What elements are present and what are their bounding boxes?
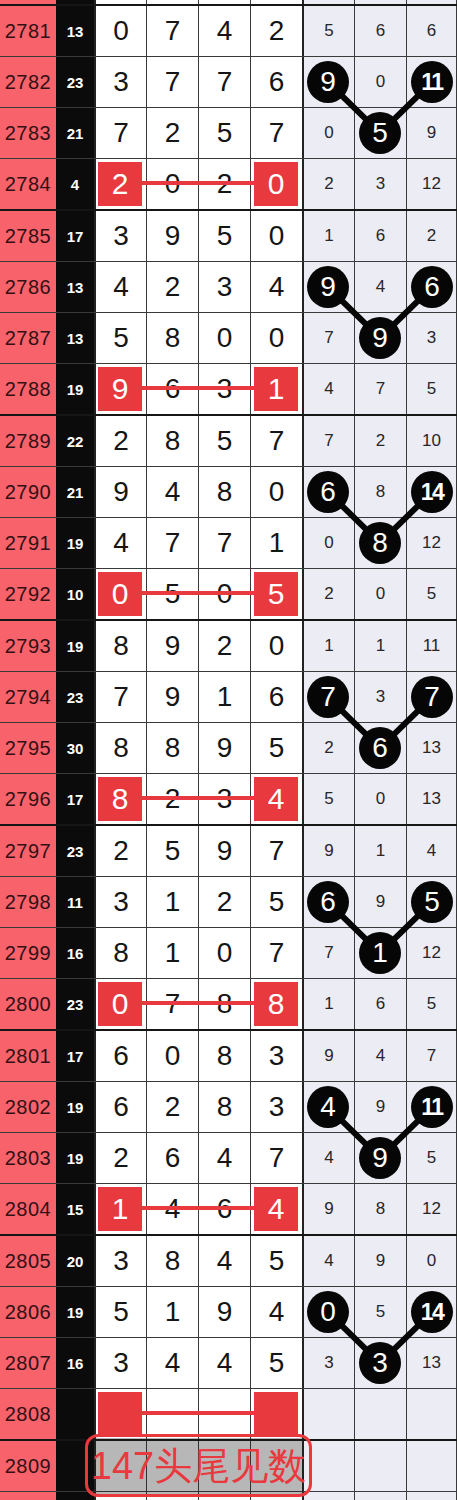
row-2797: 2797232597914	[0, 824, 457, 876]
issue-cell: 2802	[0, 1082, 56, 1132]
digit-cell: 6	[94, 1031, 146, 1081]
digit-cell: 4	[250, 262, 302, 312]
row-2789: 27892228577210	[0, 414, 457, 466]
row-2795: 27953088952613	[0, 722, 457, 773]
highlight-square: 4	[254, 777, 298, 821]
circle-badge: 9	[307, 61, 349, 103]
circle-badge: 7	[411, 676, 453, 718]
sum-cell	[56, 1389, 94, 1439]
digit-cell: 7	[146, 57, 198, 107]
stat-cell: 4	[302, 1133, 354, 1183]
row-2791: 27911947710812	[0, 517, 457, 568]
digit-cell: 7	[250, 108, 302, 158]
highlight-square: 9	[98, 367, 142, 411]
digit-cell: 7	[198, 57, 250, 107]
stat-cell: 1	[354, 621, 406, 671]
digit-cell: 8	[198, 1082, 250, 1132]
highlight-square	[254, 1392, 298, 1436]
digit-cell: 7	[250, 416, 302, 466]
sum-cell: 23	[56, 57, 94, 107]
row-2792: 2792100505205	[0, 568, 457, 619]
issue-cell: 2794	[0, 672, 56, 722]
sum-cell: 16	[56, 1338, 94, 1388]
row-2782: 27822337769011	[0, 56, 457, 107]
stat-cell: 5	[406, 364, 457, 414]
stat-cell: 5	[302, 774, 354, 824]
issue-cell: 2791	[0, 518, 56, 568]
digit-cell: 7	[198, 518, 250, 568]
sum-cell: 13	[56, 313, 94, 363]
stat-cell: 6	[406, 6, 457, 56]
sum-cell: 23	[56, 826, 94, 876]
stat-cell: 4	[302, 364, 354, 414]
issue-cell: 2781	[0, 6, 56, 56]
digit-cell: 5	[250, 1236, 302, 1286]
stat-cell: 12	[406, 159, 457, 209]
digit-cell: 9	[94, 467, 146, 517]
digit-cell: 8	[146, 723, 198, 773]
circle-badge: 11	[411, 61, 453, 103]
digit-cell: 4	[198, 6, 250, 56]
digit-cell: 3	[250, 1082, 302, 1132]
sum-cell: 4	[56, 159, 94, 209]
digit-cell: 6	[250, 672, 302, 722]
stat-cell	[354, 1389, 406, 1439]
circle-badge: 5	[359, 112, 401, 154]
stat-cell: 0	[302, 518, 354, 568]
row-2793: 27931989201111	[0, 619, 457, 671]
digit-cell: 8	[94, 621, 146, 671]
highlight-square: 0	[98, 982, 142, 1026]
row-2786: 2786134234946	[0, 261, 457, 312]
stat-cell: 6	[354, 6, 406, 56]
issue-cell: 2801	[0, 1031, 56, 1081]
digit-cell: 0	[250, 621, 302, 671]
digit-cell: 5	[250, 1338, 302, 1388]
stat-cell: 2	[302, 159, 354, 209]
stat-cell: 6	[354, 979, 406, 1029]
stat-cell: 7	[302, 313, 354, 363]
stat-cell: 3	[406, 313, 457, 363]
digit-cell: 0	[198, 928, 250, 978]
lottery-trend-board: 2781130742566278223377690112783217257059…	[0, 0, 457, 1500]
row-2808: 2808	[0, 1388, 457, 1439]
row-2788: 2788199631475	[0, 363, 457, 414]
row-2798: 2798113125695	[0, 876, 457, 927]
row-2806: 28061951940514	[0, 1286, 457, 1337]
stat-cell: 9	[354, 877, 406, 927]
digit-cell: 5	[94, 313, 146, 363]
sum-cell: 15	[56, 1184, 94, 1234]
issue-cell: 2792	[0, 569, 56, 619]
stat-cell: 10	[406, 416, 457, 466]
stat-cell: 2	[406, 211, 457, 261]
issue-cell: 2795	[0, 723, 56, 773]
issue-cell: 2804	[0, 1184, 56, 1234]
sum-cell: 17	[56, 774, 94, 824]
digit-cell: 4	[250, 1287, 302, 1337]
sum-cell: 11	[56, 877, 94, 927]
stat-cell: 11	[406, 621, 457, 671]
row-2794: 2794237916737	[0, 671, 457, 722]
stat-cell: 7	[302, 416, 354, 466]
stat-cell: 12	[406, 1184, 457, 1234]
sum-cell: 19	[56, 1082, 94, 1132]
digit-cell: 9	[198, 1287, 250, 1337]
sum-cell: 19	[56, 621, 94, 671]
digit-cell: 5	[146, 826, 198, 876]
digit-cell: 5	[198, 416, 250, 466]
highlight-square: 1	[254, 367, 298, 411]
digit-cell: 6	[94, 1082, 146, 1132]
stat-cell: 1	[302, 621, 354, 671]
digit-cell: 2	[198, 877, 250, 927]
digit-cell: 1	[250, 518, 302, 568]
row-2799: 27991681077112	[0, 927, 457, 978]
sum-cell: 20	[56, 1236, 94, 1286]
row-2809: 2809147头尾见数	[0, 1439, 457, 1491]
circle-badge: 8	[359, 522, 401, 564]
stat-cell: 0	[354, 569, 406, 619]
highlight-square: 0	[254, 162, 298, 206]
stat-cell: 12	[406, 928, 457, 978]
digit-cell: 3	[94, 1236, 146, 1286]
digit-cell: 7	[146, 518, 198, 568]
circle-badge: 3	[359, 1342, 401, 1384]
highlight-square: 8	[98, 777, 142, 821]
digit-cell: 4	[198, 1338, 250, 1388]
stat-cell: 4	[406, 826, 457, 876]
digit-cell: 1	[146, 1287, 198, 1337]
digit-cell: 9	[198, 723, 250, 773]
stat-cell: 5	[302, 6, 354, 56]
stat-cell: 7	[406, 1031, 457, 1081]
digit-cell: 1	[146, 928, 198, 978]
circle-badge: 14	[411, 1291, 453, 1333]
issue-cell: 2783	[0, 108, 56, 158]
sum-cell: 17	[56, 211, 94, 261]
row-2785: 2785173950162	[0, 209, 457, 261]
stat-cell: 3	[302, 1338, 354, 1388]
digit-cell: 5	[198, 108, 250, 158]
sum-cell: 19	[56, 364, 94, 414]
circle-badge: 14	[411, 471, 453, 513]
circle-badge: 6	[307, 881, 349, 923]
row-2781: 2781130742566	[0, 4, 457, 56]
row-2787: 2787135800793	[0, 312, 457, 363]
circle-badge: 6	[411, 266, 453, 308]
digit-cell: 3	[94, 877, 146, 927]
stat-cell: 9	[302, 1031, 354, 1081]
stat-cell: 2	[302, 723, 354, 773]
circle-badge: 9	[307, 266, 349, 308]
stat-cell: 2	[354, 416, 406, 466]
sum-cell: 16	[56, 928, 94, 978]
issue-cell: 2805	[0, 1236, 56, 1286]
stat-cell: 9	[354, 1236, 406, 1286]
issue-cell: 2806	[0, 1287, 56, 1337]
stat-cell: 4	[354, 1031, 406, 1081]
issue-cell: 2807	[0, 1338, 56, 1388]
stat-cell: 13	[406, 1338, 457, 1388]
digit-cell: 8	[146, 313, 198, 363]
sum-cell: 10	[56, 569, 94, 619]
digit-cell: 7	[250, 826, 302, 876]
digit-cell: 9	[146, 621, 198, 671]
issue-cell: 2799	[0, 928, 56, 978]
digit-cell: 4	[94, 518, 146, 568]
stat-cell: 0	[302, 108, 354, 158]
stat-cell	[302, 1389, 354, 1439]
digit-cell: 8	[198, 1031, 250, 1081]
issue-cell: 2808	[0, 1389, 56, 1439]
digit-cell: 4	[146, 467, 198, 517]
stat-cell: 5	[406, 979, 457, 1029]
stat-cell: 5	[406, 1133, 457, 1183]
highlight-square	[98, 1392, 142, 1436]
circle-badge: 7	[307, 676, 349, 718]
sum-cell: 22	[56, 416, 94, 466]
digit-cell: 7	[250, 928, 302, 978]
digit-cell: 0	[198, 313, 250, 363]
digit-cell: 9	[198, 826, 250, 876]
row-2804: 28041514649812	[0, 1183, 457, 1234]
stat-cell: 0	[354, 774, 406, 824]
issue-cell: 2787	[0, 313, 56, 363]
issue-cell: 2789	[0, 416, 56, 466]
stat-cell: 7	[354, 364, 406, 414]
digit-cell: 7	[146, 6, 198, 56]
row-2805: 2805203845490	[0, 1234, 457, 1286]
row-2790: 27902194806814	[0, 466, 457, 517]
digit-cell: 4	[94, 262, 146, 312]
digit-cell: 2	[94, 416, 146, 466]
issue-cell: 2785	[0, 211, 56, 261]
issue-cell: 2788	[0, 364, 56, 414]
sum-cell: 23	[56, 672, 94, 722]
digit-cell: 6	[146, 1133, 198, 1183]
digit-cell: 7	[94, 672, 146, 722]
issue-cell: 2809	[0, 1441, 56, 1491]
digit-cell: 7	[94, 108, 146, 158]
stat-cell: 9	[302, 1184, 354, 1234]
digit-cell: 0	[250, 467, 302, 517]
issue-cell: 2803	[0, 1133, 56, 1183]
stat-cell	[406, 1389, 457, 1439]
digit-cell: 1	[146, 877, 198, 927]
digit-cell: 4	[198, 1133, 250, 1183]
stat-cell	[302, 1492, 354, 1500]
issue-cell: 2793	[0, 621, 56, 671]
stat-cell: 5	[406, 569, 457, 619]
stat-cell: 2	[302, 569, 354, 619]
highlight-square: 4	[254, 1187, 298, 1231]
digit-cell: 1	[198, 672, 250, 722]
stat-cell: 9	[406, 108, 457, 158]
circle-badge: 4	[307, 1086, 349, 1128]
stat-cell	[406, 1492, 457, 1500]
note-box: 147头尾见数	[85, 1434, 312, 1497]
digit-cell: 2	[94, 1133, 146, 1183]
row-2807: 28071634453313	[0, 1337, 457, 1388]
row-2803: 2803192647495	[0, 1132, 457, 1183]
digit-cell: 2	[94, 826, 146, 876]
note-text: 147头尾见数	[91, 1447, 306, 1485]
sum-cell: 13	[56, 262, 94, 312]
stat-cell: 3	[354, 159, 406, 209]
digit-cell: 9	[146, 672, 198, 722]
stat-cell: 1	[354, 826, 406, 876]
sum-cell: 21	[56, 467, 94, 517]
highlight-square: 2	[98, 162, 142, 206]
circle-badge: 5	[411, 881, 453, 923]
stat-cell: 1	[302, 211, 354, 261]
stat-cell: 4	[354, 262, 406, 312]
stat-cell: 3	[354, 672, 406, 722]
circle-badge: 6	[307, 471, 349, 513]
digit-cell: 0	[94, 6, 146, 56]
stat-cell: 9	[354, 1082, 406, 1132]
digit-cell: 4	[146, 1338, 198, 1388]
sum-cell: 17	[56, 1031, 94, 1081]
stat-cell: 0	[354, 57, 406, 107]
sum-cell: 30	[56, 723, 94, 773]
digit-cell: 8	[198, 467, 250, 517]
highlight-square: 5	[254, 572, 298, 616]
stat-cell: 9	[302, 826, 354, 876]
digit-cell: 5	[94, 1287, 146, 1337]
highlight-square: 8	[254, 982, 298, 1026]
stat-cell: 4	[302, 1236, 354, 1286]
sum-cell: 19	[56, 518, 94, 568]
sum-cell: 13	[56, 6, 94, 56]
circle-badge: 9	[359, 1137, 401, 1179]
stat-cell	[354, 1441, 406, 1491]
digit-cell: 0	[250, 313, 302, 363]
circle-badge: 11	[411, 1086, 453, 1128]
stat-cell: 8	[354, 467, 406, 517]
stat-cell	[406, 1441, 457, 1491]
stat-cell	[354, 1492, 406, 1500]
issue-cell: 2790	[0, 467, 56, 517]
stat-cell: 13	[406, 723, 457, 773]
issue-cell: 2798	[0, 877, 56, 927]
digit-cell: 3	[94, 57, 146, 107]
digit-cell: 5	[198, 211, 250, 261]
digit-cell: 0	[250, 211, 302, 261]
row-2784: 2784420202312	[0, 158, 457, 209]
digit-cell: 3	[250, 1031, 302, 1081]
digit-cell: 4	[198, 1236, 250, 1286]
row-2800: 2800230788165	[0, 978, 457, 1029]
circle-badge: 1	[359, 932, 401, 974]
issue-cell: 2784	[0, 159, 56, 209]
digit-cell: 3	[94, 211, 146, 261]
digit-cell: 2	[146, 108, 198, 158]
digit-cell: 2	[146, 262, 198, 312]
issue-cell: 2782	[0, 57, 56, 107]
stat-cell: 5	[354, 1287, 406, 1337]
digit-cell: 5	[250, 877, 302, 927]
sum-cell: 19	[56, 1287, 94, 1337]
circle-badge: 6	[359, 727, 401, 769]
sum-cell: 21	[56, 108, 94, 158]
issue-cell	[0, 1492, 56, 1500]
issue-cell: 2786	[0, 262, 56, 312]
stat-cell: 7	[302, 928, 354, 978]
stat-cell: 12	[406, 518, 457, 568]
highlight-square: 1	[98, 1187, 142, 1231]
digit-cell: 8	[146, 416, 198, 466]
issue-cell: 2796	[0, 774, 56, 824]
digit-cell: 5	[250, 723, 302, 773]
circle-badge: 9	[359, 317, 401, 359]
sum-cell: 19	[56, 1133, 94, 1183]
sum-cell: 23	[56, 979, 94, 1029]
row-2801: 2801176083947	[0, 1029, 457, 1081]
digit-cell: 0	[146, 1031, 198, 1081]
digit-cell: 3	[198, 262, 250, 312]
digit-cell: 9	[146, 211, 198, 261]
digit-cell: 2	[146, 1082, 198, 1132]
stat-cell: 6	[354, 211, 406, 261]
stat-cell: 8	[354, 1184, 406, 1234]
row-2783: 2783217257059	[0, 107, 457, 158]
digit-cell: 6	[250, 57, 302, 107]
stat-cell: 0	[406, 1236, 457, 1286]
row-2796: 27961782345013	[0, 773, 457, 824]
row-2802: 28021962834911	[0, 1081, 457, 1132]
digit-cell: 3	[94, 1338, 146, 1388]
stat-cell: 1	[302, 979, 354, 1029]
digit-cell: 7	[250, 1133, 302, 1183]
issue-cell: 2797	[0, 826, 56, 876]
digit-cell: 8	[146, 1236, 198, 1286]
stat-cell: 13	[406, 774, 457, 824]
digit-cell: 2	[198, 621, 250, 671]
circle-badge: 0	[307, 1291, 349, 1333]
digit-cell: 2	[250, 6, 302, 56]
digit-cell: 8	[94, 928, 146, 978]
issue-cell: 2800	[0, 979, 56, 1029]
highlight-square: 0	[98, 572, 142, 616]
digit-cell: 8	[94, 723, 146, 773]
